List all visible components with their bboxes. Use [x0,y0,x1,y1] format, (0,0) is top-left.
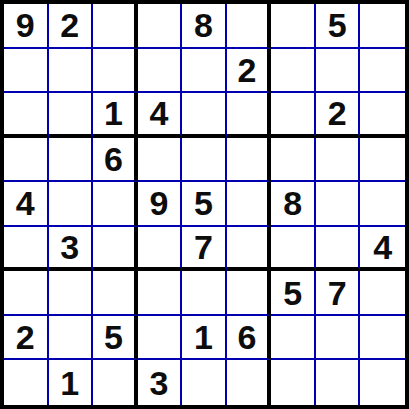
sudoku-cell-given[interactable]: 9 [138,182,183,227]
sudoku-cell-empty[interactable] [316,316,361,361]
sudoku-cell-given[interactable]: 2 [316,93,361,138]
sudoku-cell-given[interactable]: 1 [49,360,94,405]
sudoku-cell-empty[interactable] [49,93,94,138]
sudoku-cell-given[interactable]: 7 [182,227,227,272]
sudoku-cell-given[interactable]: 3 [49,227,94,272]
sudoku-cell-empty[interactable] [271,49,316,94]
sudoku-cell-empty[interactable] [316,227,361,272]
sudoku-cell-given[interactable]: 8 [271,182,316,227]
sudoku-cell-empty[interactable] [182,93,227,138]
sudoku-cell-given[interactable]: 5 [271,271,316,316]
sudoku-page: 928521426495837457251613 [0,0,409,409]
sudoku-cell-given[interactable]: 2 [4,316,49,361]
sudoku-cell-empty[interactable] [227,138,272,183]
sudoku-cell-given[interactable]: 6 [93,138,138,183]
sudoku-cell-empty[interactable] [4,227,49,272]
sudoku-cell-given[interactable]: 8 [182,4,227,49]
sudoku-cell-empty[interactable] [360,4,405,49]
sudoku-cell-empty[interactable] [316,182,361,227]
sudoku-cell-given[interactable]: 5 [93,316,138,361]
sudoku-cell-empty[interactable] [227,271,272,316]
sudoku-cell-empty[interactable] [360,93,405,138]
sudoku-cell-empty[interactable] [182,49,227,94]
sudoku-cell-empty[interactable] [138,227,183,272]
sudoku-cell-empty[interactable] [49,182,94,227]
sudoku-cell-empty[interactable] [138,138,183,183]
sudoku-cell-empty[interactable] [227,93,272,138]
sudoku-cell-empty[interactable] [271,93,316,138]
sudoku-cell-empty[interactable] [271,360,316,405]
sudoku-cell-given[interactable]: 7 [316,271,361,316]
sudoku-cell-empty[interactable] [360,49,405,94]
sudoku-cell-given[interactable]: 4 [138,93,183,138]
sudoku-cell-empty[interactable] [4,360,49,405]
sudoku-cell-empty[interactable] [49,138,94,183]
sudoku-cell-given[interactable]: 5 [316,4,361,49]
sudoku-cell-empty[interactable] [271,316,316,361]
sudoku-cell-empty[interactable] [4,138,49,183]
sudoku-cell-given[interactable]: 1 [93,93,138,138]
sudoku-cell-empty[interactable] [360,138,405,183]
sudoku-cell-empty[interactable] [138,316,183,361]
sudoku-cell-empty[interactable] [93,4,138,49]
sudoku-cell-empty[interactable] [49,271,94,316]
sudoku-cell-empty[interactable] [227,182,272,227]
sudoku-cell-empty[interactable] [227,4,272,49]
sudoku-cell-empty[interactable] [360,271,405,316]
sudoku-cell-empty[interactable] [360,360,405,405]
sudoku-cell-empty[interactable] [93,49,138,94]
sudoku-cell-empty[interactable] [316,138,361,183]
sudoku-cell-empty[interactable] [138,271,183,316]
sudoku-cell-empty[interactable] [182,271,227,316]
sudoku-cell-given[interactable]: 4 [360,227,405,272]
sudoku-cell-empty[interactable] [360,316,405,361]
sudoku-cell-empty[interactable] [182,138,227,183]
sudoku-cell-empty[interactable] [93,227,138,272]
sudoku-cell-empty[interactable] [4,93,49,138]
sudoku-cell-empty[interactable] [4,49,49,94]
sudoku-cell-given[interactable]: 5 [182,182,227,227]
sudoku-cell-empty[interactable] [4,271,49,316]
sudoku-cell-given[interactable]: 2 [49,4,94,49]
sudoku-cell-empty[interactable] [360,182,405,227]
sudoku-cell-empty[interactable] [316,49,361,94]
sudoku-cell-given[interactable]: 4 [4,182,49,227]
sudoku-cell-given[interactable]: 3 [138,360,183,405]
sudoku-cell-given[interactable]: 2 [227,49,272,94]
sudoku-cell-empty[interactable] [316,360,361,405]
sudoku-board: 928521426495837457251613 [0,0,409,409]
sudoku-cell-empty[interactable] [271,4,316,49]
sudoku-cell-empty[interactable] [227,360,272,405]
sudoku-cell-empty[interactable] [227,227,272,272]
sudoku-cell-empty[interactable] [271,138,316,183]
sudoku-cell-given[interactable]: 9 [4,4,49,49]
sudoku-cell-empty[interactable] [93,360,138,405]
sudoku-cell-empty[interactable] [49,316,94,361]
sudoku-cell-empty[interactable] [93,271,138,316]
sudoku-cell-given[interactable]: 6 [227,316,272,361]
sudoku-cell-empty[interactable] [271,227,316,272]
sudoku-cell-given[interactable]: 1 [182,316,227,361]
sudoku-cell-empty[interactable] [93,182,138,227]
sudoku-cell-empty[interactable] [138,4,183,49]
sudoku-cell-empty[interactable] [182,360,227,405]
sudoku-cell-empty[interactable] [49,49,94,94]
sudoku-cell-empty[interactable] [138,49,183,94]
